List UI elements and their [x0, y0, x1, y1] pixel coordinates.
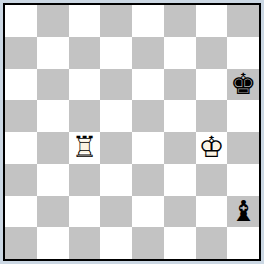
- black-bishop-glyph: ♝: [227, 196, 259, 228]
- square-f6[interactable]: [164, 69, 196, 101]
- square-a2[interactable]: [5, 196, 37, 228]
- square-e7[interactable]: [132, 37, 164, 69]
- square-e1[interactable]: [132, 227, 164, 259]
- square-d5[interactable]: [100, 100, 132, 132]
- black-king-glyph: ♚: [227, 69, 259, 101]
- square-f3[interactable]: [164, 164, 196, 196]
- square-b5[interactable]: [37, 100, 69, 132]
- square-a4[interactable]: [5, 132, 37, 164]
- square-g3[interactable]: [196, 164, 228, 196]
- square-e5[interactable]: [132, 100, 164, 132]
- piece-black-bishop: ♝: [227, 196, 259, 228]
- square-d4[interactable]: [100, 132, 132, 164]
- square-g5[interactable]: [196, 100, 228, 132]
- square-g4[interactable]: ♚♔: [196, 132, 228, 164]
- square-e8[interactable]: [132, 5, 164, 37]
- square-h2[interactable]: ♝: [227, 196, 259, 228]
- square-c2[interactable]: [69, 196, 101, 228]
- square-c7[interactable]: [69, 37, 101, 69]
- square-h5[interactable]: [227, 100, 259, 132]
- square-a5[interactable]: [5, 100, 37, 132]
- square-d2[interactable]: [100, 196, 132, 228]
- square-c6[interactable]: [69, 69, 101, 101]
- square-g7[interactable]: [196, 37, 228, 69]
- square-f1[interactable]: [164, 227, 196, 259]
- square-f8[interactable]: [164, 5, 196, 37]
- square-b1[interactable]: [37, 227, 69, 259]
- square-b4[interactable]: [37, 132, 69, 164]
- piece-black-king: ♚: [227, 69, 259, 101]
- square-c3[interactable]: [69, 164, 101, 196]
- white-rook-outline: ♖: [69, 132, 101, 164]
- square-e2[interactable]: [132, 196, 164, 228]
- square-e6[interactable]: [132, 69, 164, 101]
- square-d8[interactable]: [100, 5, 132, 37]
- square-h4[interactable]: [227, 132, 259, 164]
- square-b2[interactable]: [37, 196, 69, 228]
- square-b6[interactable]: [37, 69, 69, 101]
- chess-board: ♚♜♖♚♔♝: [3, 3, 261, 261]
- square-f5[interactable]: [164, 100, 196, 132]
- square-g6[interactable]: [196, 69, 228, 101]
- square-e4[interactable]: [132, 132, 164, 164]
- square-g1[interactable]: [196, 227, 228, 259]
- square-h8[interactable]: [227, 5, 259, 37]
- square-g8[interactable]: [196, 5, 228, 37]
- square-e3[interactable]: [132, 164, 164, 196]
- piece-white-king: ♚♔: [196, 132, 228, 164]
- square-h3[interactable]: [227, 164, 259, 196]
- square-d3[interactable]: [100, 164, 132, 196]
- white-king-outline: ♔: [196, 132, 228, 164]
- square-c5[interactable]: [69, 100, 101, 132]
- square-h1[interactable]: [227, 227, 259, 259]
- square-h7[interactable]: [227, 37, 259, 69]
- square-g2[interactable]: [196, 196, 228, 228]
- square-d6[interactable]: [100, 69, 132, 101]
- square-f2[interactable]: [164, 196, 196, 228]
- square-d1[interactable]: [100, 227, 132, 259]
- diagram-frame: ♚♜♖♚♔♝: [0, 0, 264, 264]
- square-b3[interactable]: [37, 164, 69, 196]
- square-d7[interactable]: [100, 37, 132, 69]
- square-c8[interactable]: [69, 5, 101, 37]
- square-h6[interactable]: ♚: [227, 69, 259, 101]
- square-c1[interactable]: [69, 227, 101, 259]
- square-a1[interactable]: [5, 227, 37, 259]
- square-f4[interactable]: [164, 132, 196, 164]
- square-a3[interactable]: [5, 164, 37, 196]
- square-c4[interactable]: ♜♖: [69, 132, 101, 164]
- square-f7[interactable]: [164, 37, 196, 69]
- square-b8[interactable]: [37, 5, 69, 37]
- square-a7[interactable]: [5, 37, 37, 69]
- square-b7[interactable]: [37, 37, 69, 69]
- square-a6[interactable]: [5, 69, 37, 101]
- piece-white-rook: ♜♖: [69, 132, 101, 164]
- square-a8[interactable]: [5, 5, 37, 37]
